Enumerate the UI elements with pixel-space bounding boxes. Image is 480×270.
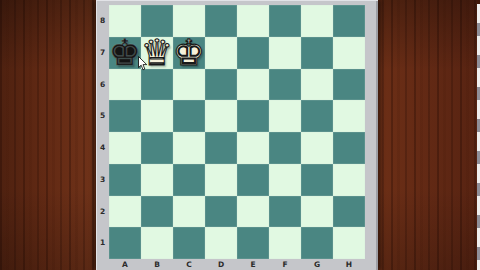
board-squares: ♚♛♚: [109, 5, 365, 259]
board-square-g2[interactable]: [301, 196, 333, 228]
board-square-a6[interactable]: [109, 69, 141, 101]
board-square-h2[interactable]: [333, 196, 365, 228]
board-square-a4[interactable]: [109, 132, 141, 164]
rank-label-2: 2: [96, 196, 109, 228]
board-square-f7[interactable]: [269, 37, 301, 69]
board-square-c1[interactable]: [173, 227, 205, 259]
file-label-e: E: [237, 259, 269, 270]
board-square-f2[interactable]: [269, 196, 301, 228]
board-square-g5[interactable]: [301, 100, 333, 132]
board-square-f3[interactable]: [269, 164, 301, 196]
board-square-d6[interactable]: [205, 69, 237, 101]
board-square-e6[interactable]: [237, 69, 269, 101]
board-square-d4[interactable]: [205, 132, 237, 164]
board-square-e5[interactable]: [237, 100, 269, 132]
board-square-h8[interactable]: [333, 5, 365, 37]
board-square-d3[interactable]: [205, 164, 237, 196]
board-square-c4[interactable]: [173, 132, 205, 164]
board-square-c7[interactable]: ♚: [173, 37, 205, 69]
board-square-f8[interactable]: [269, 5, 301, 37]
board-square-b2[interactable]: [141, 196, 173, 228]
board-square-h7[interactable]: [333, 37, 365, 69]
board-square-f1[interactable]: [269, 227, 301, 259]
board-square-d8[interactable]: [205, 5, 237, 37]
board-square-d7[interactable]: [205, 37, 237, 69]
board-square-g3[interactable]: [301, 164, 333, 196]
board-square-h1[interactable]: [333, 227, 365, 259]
board-square-e3[interactable]: [237, 164, 269, 196]
board-square-b1[interactable]: [141, 227, 173, 259]
board-square-h4[interactable]: [333, 132, 365, 164]
rank-label-8: 8: [96, 5, 109, 37]
board-square-a5[interactable]: [109, 100, 141, 132]
arrow-cursor-icon: [138, 56, 148, 71]
file-label-c: C: [173, 259, 205, 270]
board-square-b6[interactable]: [141, 69, 173, 101]
file-label-g: G: [301, 259, 333, 270]
file-label-b: B: [141, 259, 173, 270]
chess-board: 87654321 ♚♛♚ ABCDEFGH: [96, 0, 378, 270]
board-square-a2[interactable]: [109, 196, 141, 228]
board-square-a3[interactable]: [109, 164, 141, 196]
board-square-c6[interactable]: [173, 69, 205, 101]
board-square-e7[interactable]: [237, 37, 269, 69]
rank-label-1: 1: [96, 227, 109, 259]
board-square-c3[interactable]: [173, 164, 205, 196]
file-labels: ABCDEFGH: [96, 259, 378, 270]
board-square-e2[interactable]: [237, 196, 269, 228]
board-square-e1[interactable]: [237, 227, 269, 259]
board-square-g4[interactable]: [301, 132, 333, 164]
rank-label-3: 3: [96, 164, 109, 196]
rank-label-7: 7: [96, 37, 109, 69]
black-king[interactable]: ♚: [109, 37, 141, 69]
rank-label-5: 5: [96, 100, 109, 132]
board-square-a7[interactable]: ♚: [109, 37, 141, 69]
board-square-h3[interactable]: [333, 164, 365, 196]
file-label-a: A: [109, 259, 141, 270]
board-square-h5[interactable]: [333, 100, 365, 132]
board-square-c2[interactable]: [173, 196, 205, 228]
board-square-g8[interactable]: [301, 5, 333, 37]
board-square-f6[interactable]: [269, 69, 301, 101]
board-square-f4[interactable]: [269, 132, 301, 164]
rank-labels: 87654321: [96, 0, 109, 259]
board-square-b3[interactable]: [141, 164, 173, 196]
file-label-d: D: [205, 259, 237, 270]
board-square-c5[interactable]: [173, 100, 205, 132]
board-square-d1[interactable]: [205, 227, 237, 259]
board-square-b5[interactable]: [141, 100, 173, 132]
white-king[interactable]: ♚: [173, 37, 205, 69]
board-square-d2[interactable]: [205, 196, 237, 228]
board-square-g7[interactable]: [301, 37, 333, 69]
board-square-a1[interactable]: [109, 227, 141, 259]
board-square-f5[interactable]: [269, 100, 301, 132]
board-square-d5[interactable]: [205, 100, 237, 132]
rank-label-4: 4: [96, 132, 109, 164]
file-label-h: H: [333, 259, 365, 270]
file-label-f: F: [269, 259, 301, 270]
board-square-b4[interactable]: [141, 132, 173, 164]
board-square-e4[interactable]: [237, 132, 269, 164]
board-square-g1[interactable]: [301, 227, 333, 259]
board-square-g6[interactable]: [301, 69, 333, 101]
board-square-h6[interactable]: [333, 69, 365, 101]
board-square-e8[interactable]: [237, 5, 269, 37]
rank-label-6: 6: [96, 69, 109, 101]
